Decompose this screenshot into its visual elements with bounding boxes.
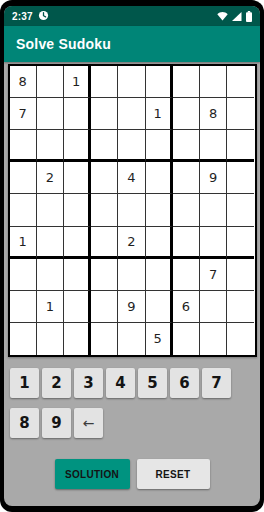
sudoku-cell[interactable] — [118, 130, 145, 162]
sudoku-cell[interactable] — [227, 194, 254, 226]
sudoku-cell[interactable]: 6 — [173, 291, 200, 323]
sudoku-cell[interactable]: 4 — [118, 162, 145, 194]
sudoku-cell[interactable] — [227, 323, 254, 355]
digit-key-7[interactable]: 7 — [202, 368, 231, 398]
sudoku-cell[interactable] — [227, 291, 254, 323]
sudoku-cell[interactable] — [200, 66, 227, 98]
sudoku-cell[interactable] — [173, 66, 200, 98]
reset-button[interactable]: RESET — [137, 459, 210, 489]
sudoku-cell[interactable] — [91, 66, 118, 98]
digit-key-1[interactable]: 1 — [10, 368, 39, 398]
sudoku-cell[interactable]: 8 — [200, 98, 227, 130]
sudoku-cell[interactable]: 2 — [118, 227, 145, 259]
sudoku-cell[interactable] — [91, 162, 118, 194]
phone-frame: 2:37 — [0, 0, 264, 512]
sudoku-cell[interactable] — [200, 323, 227, 355]
backspace-key[interactable]: ← — [74, 408, 103, 438]
status-bar: 2:37 — [4, 6, 260, 26]
sudoku-cell[interactable] — [37, 227, 64, 259]
sudoku-cell[interactable] — [64, 323, 91, 355]
battery-icon — [246, 11, 252, 22]
sudoku-cell[interactable] — [118, 259, 145, 291]
sudoku-cell[interactable]: 1 — [64, 66, 91, 98]
digit-key-9[interactable]: 9 — [42, 408, 71, 438]
sudoku-cell[interactable] — [173, 98, 200, 130]
sudoku-cell[interactable]: 1 — [37, 291, 64, 323]
sudoku-cell[interactable] — [200, 291, 227, 323]
sudoku-cell[interactable] — [227, 162, 254, 194]
sudoku-cell[interactable] — [64, 162, 91, 194]
sudoku-cell[interactable]: 9 — [118, 291, 145, 323]
sudoku-cell[interactable]: 7 — [200, 259, 227, 291]
sudoku-cell[interactable] — [146, 66, 173, 98]
sudoku-cell[interactable]: 1 — [146, 98, 173, 130]
screen: 2:37 — [4, 6, 260, 506]
wifi-icon — [217, 12, 228, 21]
sudoku-cell[interactable] — [91, 194, 118, 226]
digit-key-8[interactable]: 8 — [10, 408, 39, 438]
sudoku-cell[interactable] — [146, 291, 173, 323]
sudoku-cell[interactable] — [227, 98, 254, 130]
sudoku-cell[interactable] — [200, 194, 227, 226]
digit-key-5[interactable]: 5 — [138, 368, 167, 398]
sudoku-cell[interactable] — [118, 66, 145, 98]
numpad: 1234567 89← — [10, 368, 260, 438]
sudoku-cell[interactable] — [118, 98, 145, 130]
digit-key-4[interactable]: 4 — [106, 368, 135, 398]
sudoku-cell[interactable]: 2 — [37, 162, 64, 194]
sudoku-cell[interactable] — [227, 130, 254, 162]
sudoku-cell[interactable] — [118, 323, 145, 355]
sudoku-cell[interactable] — [91, 227, 118, 259]
sudoku-cell[interactable] — [173, 259, 200, 291]
sudoku-cell[interactable]: 8 — [10, 66, 37, 98]
sudoku-cell[interactable] — [200, 227, 227, 259]
sudoku-cell[interactable] — [91, 130, 118, 162]
sudoku-cell[interactable] — [10, 130, 37, 162]
sudoku-cell[interactable] — [37, 323, 64, 355]
digit-key-6[interactable]: 6 — [170, 368, 199, 398]
sudoku-cell[interactable] — [146, 194, 173, 226]
action-row: SOLUTION RESET — [4, 459, 260, 489]
sudoku-cell[interactable]: 1 — [10, 227, 37, 259]
sudoku-cell[interactable] — [37, 194, 64, 226]
sudoku-cell[interactable] — [146, 259, 173, 291]
sudoku-cell[interactable] — [10, 194, 37, 226]
sudoku-cell[interactable] — [173, 227, 200, 259]
sudoku-cell[interactable] — [64, 291, 91, 323]
sudoku-cell[interactable] — [37, 66, 64, 98]
sudoku-cell[interactable] — [37, 98, 64, 130]
digit-key-3[interactable]: 3 — [74, 368, 103, 398]
sudoku-cell[interactable] — [37, 130, 64, 162]
sudoku-cell[interactable] — [64, 259, 91, 291]
status-time: 2:37 — [12, 11, 33, 22]
sudoku-cell[interactable] — [118, 194, 145, 226]
sudoku-cell[interactable] — [91, 291, 118, 323]
sudoku-cell[interactable] — [64, 98, 91, 130]
sudoku-cell[interactable] — [173, 323, 200, 355]
page-title: Solve Sudoku — [16, 36, 111, 52]
sudoku-cell[interactable] — [37, 259, 64, 291]
solution-button[interactable]: SOLUTION — [55, 459, 130, 489]
sudoku-cell[interactable] — [173, 194, 200, 226]
sudoku-cell[interactable] — [173, 162, 200, 194]
sudoku-cell[interactable] — [227, 66, 254, 98]
clock-icon — [38, 7, 49, 25]
board-area: 817182491271965 — [4, 64, 260, 357]
sudoku-cell[interactable] — [146, 227, 173, 259]
sudoku-cell[interactable]: 7 — [10, 98, 37, 130]
sudoku-cell[interactable] — [10, 162, 37, 194]
app-bar: Solve Sudoku — [4, 26, 260, 62]
sudoku-cell[interactable] — [10, 259, 37, 291]
sudoku-cell[interactable] — [64, 194, 91, 226]
sudoku-cell[interactable] — [64, 227, 91, 259]
sudoku-cell[interactable] — [91, 323, 118, 355]
sudoku-cell[interactable] — [10, 323, 37, 355]
sudoku-cell[interactable] — [227, 259, 254, 291]
digit-key-2[interactable]: 2 — [42, 368, 71, 398]
numpad-row-2: 89← — [10, 408, 260, 438]
sudoku-cell[interactable] — [91, 259, 118, 291]
sudoku-cell[interactable] — [173, 130, 200, 162]
signal-icon — [232, 12, 242, 21]
sudoku-cell[interactable] — [200, 130, 227, 162]
sudoku-cell[interactable] — [227, 227, 254, 259]
sudoku-cell[interactable]: 5 — [146, 323, 173, 355]
sudoku-cell[interactable] — [146, 130, 173, 162]
sudoku-cell[interactable]: 9 — [200, 162, 227, 194]
sudoku-cell[interactable] — [146, 162, 173, 194]
sudoku-cell[interactable] — [91, 98, 118, 130]
sudoku-grid: 817182491271965 — [8, 64, 257, 357]
numpad-row-1: 1234567 — [10, 368, 260, 398]
sudoku-cell[interactable] — [64, 130, 91, 162]
sudoku-cell[interactable] — [10, 291, 37, 323]
